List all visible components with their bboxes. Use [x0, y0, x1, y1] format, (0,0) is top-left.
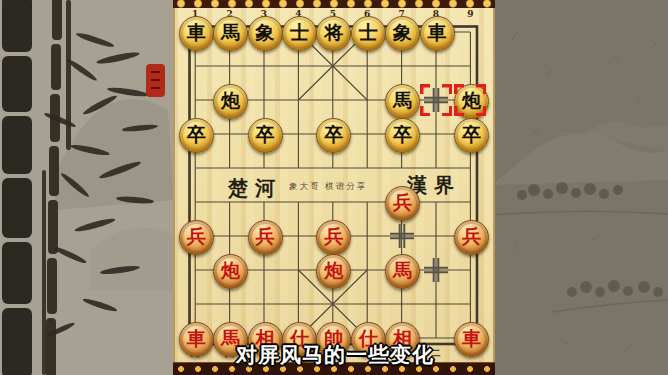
- pieces-layer: 車馬象士将士象車炮馬炮卒卒卒卒卒兵兵兵兵兵炮炮馬車馬相仕帥仕相車: [0, 0, 668, 375]
- piece-red-cannon[interactable]: 炮: [213, 254, 248, 289]
- piece-black-advisor[interactable]: 士: [351, 16, 386, 51]
- piece-black-soldier[interactable]: 卒: [454, 118, 489, 153]
- piece-black-soldier[interactable]: 卒: [179, 118, 214, 153]
- piece-black-elephant[interactable]: 象: [385, 16, 420, 51]
- piece-black-chariot[interactable]: 車: [179, 16, 214, 51]
- piece-black-soldier[interactable]: 卒: [385, 118, 420, 153]
- piece-black-horse[interactable]: 馬: [213, 16, 248, 51]
- last-move-highlight-bracket: [420, 84, 452, 116]
- piece-black-chariot[interactable]: 車: [420, 16, 455, 51]
- video-subtitle: 对屏风马的一些变化: [130, 341, 540, 369]
- piece-red-cannon[interactable]: 炮: [316, 254, 351, 289]
- piece-black-soldier[interactable]: 卒: [316, 118, 351, 153]
- screenshot-stage: 楚河 漢界 象大哥 棋谱分享 123456789 九八七六五四三二一 車馬象士将…: [0, 0, 668, 375]
- piece-black-soldier[interactable]: 卒: [248, 118, 283, 153]
- piece-black-horse[interactable]: 馬: [385, 84, 420, 119]
- piece-black-elephant[interactable]: 象: [248, 16, 283, 51]
- piece-red-soldier[interactable]: 兵: [179, 220, 214, 255]
- piece-red-soldier[interactable]: 兵: [248, 220, 283, 255]
- move-origin-cross-marker: [419, 253, 453, 287]
- piece-black-general[interactable]: 将: [316, 16, 351, 51]
- last-move-highlight-bracket: [454, 84, 486, 116]
- piece-red-soldier[interactable]: 兵: [316, 220, 351, 255]
- piece-red-soldier[interactable]: 兵: [385, 186, 420, 221]
- move-origin-cross-marker: [385, 219, 419, 253]
- piece-black-cannon[interactable]: 炮: [213, 84, 248, 119]
- piece-black-advisor[interactable]: 士: [282, 16, 317, 51]
- piece-red-soldier[interactable]: 兵: [454, 220, 489, 255]
- piece-red-horse[interactable]: 馬: [385, 254, 420, 289]
